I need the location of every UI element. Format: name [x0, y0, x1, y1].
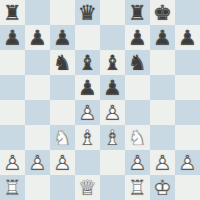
square-f4[interactable]: [125, 100, 150, 125]
square-e2[interactable]: [100, 150, 125, 175]
piece-white-pawn[interactable]: ♟♙: [150, 150, 175, 175]
square-c3[interactable]: ♞♘: [50, 125, 75, 150]
piece-outline-glyph: ♗: [100, 125, 125, 150]
square-a1[interactable]: ♜♖: [0, 175, 25, 200]
square-g5[interactable]: [150, 75, 175, 100]
piece-black-pawn[interactable]: ♟♙: [25, 25, 50, 50]
piece-outline-glyph: ♔: [150, 0, 175, 25]
square-b7[interactable]: ♟♙: [25, 25, 50, 50]
square-g4[interactable]: [150, 100, 175, 125]
square-h7[interactable]: ♟♙: [175, 25, 200, 50]
piece-outline-glyph: ♖: [0, 0, 25, 25]
piece-white-bishop[interactable]: ♝♗: [75, 125, 100, 150]
piece-outline-glyph: ♙: [100, 100, 125, 125]
piece-outline-glyph: ♙: [125, 25, 150, 50]
piece-white-bishop[interactable]: ♝♗: [100, 125, 125, 150]
square-h2[interactable]: ♟♙: [175, 150, 200, 175]
piece-outline-glyph: ♙: [100, 75, 125, 100]
square-c6[interactable]: ♞♘: [50, 50, 75, 75]
piece-outline-glyph: ♘: [50, 50, 75, 75]
square-e3[interactable]: ♝♗: [100, 125, 125, 150]
square-d4[interactable]: ♟♙: [75, 100, 100, 125]
chess-board: ♜♖♛♕♜♖♚♔♟♙♟♙♟♙♟♙♟♙♟♙♞♘♝♗♝♗♞♘♟♙♟♙♟♙♟♙♞♘♝♗…: [0, 0, 200, 200]
piece-black-pawn[interactable]: ♟♙: [100, 75, 125, 100]
square-b8[interactable]: [25, 0, 50, 25]
square-e6[interactable]: ♝♗: [100, 50, 125, 75]
piece-outline-glyph: ♖: [125, 0, 150, 25]
square-f1[interactable]: ♜♖: [125, 175, 150, 200]
square-b2[interactable]: ♟♙: [25, 150, 50, 175]
piece-outline-glyph: ♗: [75, 125, 100, 150]
piece-white-pawn[interactable]: ♟♙: [75, 100, 100, 125]
piece-outline-glyph: ♘: [125, 50, 150, 75]
square-f3[interactable]: ♞♘: [125, 125, 150, 150]
piece-white-knight[interactable]: ♞♘: [125, 125, 150, 150]
piece-outline-glyph: ♙: [150, 25, 175, 50]
square-f2[interactable]: ♟♙: [125, 150, 150, 175]
square-b4[interactable]: [25, 100, 50, 125]
piece-black-knight[interactable]: ♞♘: [50, 50, 75, 75]
square-g3[interactable]: [150, 125, 175, 150]
piece-white-pawn[interactable]: ♟♙: [0, 150, 25, 175]
piece-black-knight[interactable]: ♞♘: [125, 50, 150, 75]
piece-outline-glyph: ♕: [75, 175, 100, 200]
piece-outline-glyph: ♘: [125, 125, 150, 150]
piece-white-pawn[interactable]: ♟♙: [25, 150, 50, 175]
square-h8[interactable]: [175, 0, 200, 25]
square-g2[interactable]: ♟♙: [150, 150, 175, 175]
piece-outline-glyph: ♙: [150, 150, 175, 175]
piece-white-rook[interactable]: ♜♖: [0, 175, 25, 200]
piece-black-rook[interactable]: ♜♖: [125, 0, 150, 25]
piece-black-queen[interactable]: ♛♕: [75, 0, 100, 25]
piece-outline-glyph: ♙: [50, 25, 75, 50]
square-c5[interactable]: [50, 75, 75, 100]
square-e5[interactable]: ♟♙: [100, 75, 125, 100]
piece-outline-glyph: ♙: [0, 150, 25, 175]
piece-outline-glyph: ♔: [150, 175, 175, 200]
square-h3[interactable]: [175, 125, 200, 150]
piece-white-knight[interactable]: ♞♘: [50, 125, 75, 150]
square-d7[interactable]: [75, 25, 100, 50]
square-g7[interactable]: ♟♙: [150, 25, 175, 50]
square-g6[interactable]: [150, 50, 175, 75]
square-c8[interactable]: [50, 0, 75, 25]
piece-outline-glyph: ♖: [0, 175, 25, 200]
square-a8[interactable]: ♜♖: [0, 0, 25, 25]
square-h5[interactable]: [175, 75, 200, 100]
piece-white-queen[interactable]: ♛♕: [75, 175, 100, 200]
piece-outline-glyph: ♙: [125, 150, 150, 175]
square-g1[interactable]: ♚♔: [150, 175, 175, 200]
square-d2[interactable]: [75, 150, 100, 175]
piece-outline-glyph: ♙: [75, 100, 100, 125]
piece-white-pawn[interactable]: ♟♙: [175, 150, 200, 175]
square-b1[interactable]: [25, 175, 50, 200]
square-d6[interactable]: ♝♗: [75, 50, 100, 75]
square-a5[interactable]: [0, 75, 25, 100]
piece-black-rook[interactable]: ♜♖: [0, 0, 25, 25]
piece-outline-glyph: ♙: [175, 25, 200, 50]
square-d1[interactable]: ♛♕: [75, 175, 100, 200]
square-e7[interactable]: [100, 25, 125, 50]
square-d8[interactable]: ♛♕: [75, 0, 100, 25]
square-b6[interactable]: [25, 50, 50, 75]
piece-white-rook[interactable]: ♜♖: [125, 175, 150, 200]
square-h1[interactable]: [175, 175, 200, 200]
piece-white-king[interactable]: ♚♔: [150, 175, 175, 200]
square-c4[interactable]: [50, 100, 75, 125]
piece-outline-glyph: ♙: [0, 25, 25, 50]
piece-outline-glyph: ♘: [50, 125, 75, 150]
piece-black-pawn[interactable]: ♟♙: [75, 75, 100, 100]
square-e1[interactable]: [100, 175, 125, 200]
square-a3[interactable]: [0, 125, 25, 150]
piece-outline-glyph: ♖: [125, 175, 150, 200]
piece-outline-glyph: ♙: [25, 25, 50, 50]
square-d3[interactable]: ♝♗: [75, 125, 100, 150]
square-e4[interactable]: ♟♙: [100, 100, 125, 125]
square-b3[interactable]: [25, 125, 50, 150]
square-c1[interactable]: [50, 175, 75, 200]
piece-black-pawn[interactable]: ♟♙: [50, 25, 75, 50]
piece-outline-glyph: ♙: [75, 75, 100, 100]
piece-black-bishop[interactable]: ♝♗: [75, 50, 100, 75]
piece-outline-glyph: ♗: [100, 50, 125, 75]
piece-outline-glyph: ♕: [75, 0, 100, 25]
piece-black-pawn[interactable]: ♟♙: [150, 25, 175, 50]
square-a7[interactable]: ♟♙: [0, 25, 25, 50]
square-f7[interactable]: ♟♙: [125, 25, 150, 50]
square-g8[interactable]: ♚♔: [150, 0, 175, 25]
square-h4[interactable]: [175, 100, 200, 125]
piece-black-pawn[interactable]: ♟♙: [125, 25, 150, 50]
square-c7[interactable]: ♟♙: [50, 25, 75, 50]
piece-outline-glyph: ♗: [75, 50, 100, 75]
square-a2[interactable]: ♟♙: [0, 150, 25, 175]
square-a4[interactable]: [0, 100, 25, 125]
square-f5[interactable]: [125, 75, 150, 100]
square-f8[interactable]: ♜♖: [125, 0, 150, 25]
square-d5[interactable]: ♟♙: [75, 75, 100, 100]
square-a6[interactable]: [0, 50, 25, 75]
square-e8[interactable]: [100, 0, 125, 25]
piece-black-pawn[interactable]: ♟♙: [0, 25, 25, 50]
piece-black-pawn[interactable]: ♟♙: [175, 25, 200, 50]
piece-black-bishop[interactable]: ♝♗: [100, 50, 125, 75]
square-c2[interactable]: ♟♙: [50, 150, 75, 175]
piece-black-king[interactable]: ♚♔: [150, 0, 175, 25]
piece-white-pawn[interactable]: ♟♙: [125, 150, 150, 175]
piece-outline-glyph: ♙: [175, 150, 200, 175]
square-b5[interactable]: [25, 75, 50, 100]
piece-white-pawn[interactable]: ♟♙: [100, 100, 125, 125]
square-h6[interactable]: [175, 50, 200, 75]
piece-white-pawn[interactable]: ♟♙: [50, 150, 75, 175]
piece-outline-glyph: ♙: [50, 150, 75, 175]
square-f6[interactable]: ♞♘: [125, 50, 150, 75]
piece-outline-glyph: ♙: [25, 150, 50, 175]
